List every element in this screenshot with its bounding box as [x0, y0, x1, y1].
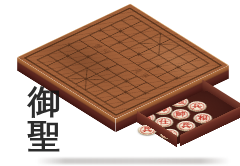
piece-character: 兵 — [181, 123, 191, 128]
floor-reflection — [36, 158, 230, 164]
star-points — [55, 23, 192, 100]
watermark-char-top: 御 — [22, 84, 66, 119]
brand-watermark: 御 聖 — [22, 84, 66, 154]
palace-diagonals — [66, 33, 180, 90]
piece-character: 兵 — [142, 127, 152, 132]
watermark-char-bottom: 聖 — [22, 119, 66, 154]
piece-character: 相 — [198, 115, 208, 120]
piece-character: 帥 — [176, 111, 186, 116]
piece-character: 兵 — [192, 103, 202, 108]
product-photo-scene: 楚河 漢界 炮 俥 傌 兵 帥 仕 兵 相 兵 仕 御 聖 — [0, 0, 240, 166]
piece-character: 仕 — [159, 119, 169, 124]
